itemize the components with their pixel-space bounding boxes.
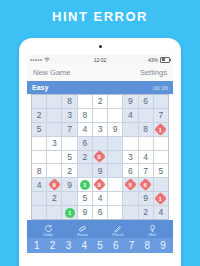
cell-r7c5[interactable]: 8	[93, 178, 107, 191]
hint-button[interactable]: Hint	[148, 224, 157, 238]
cell-r7c7[interactable]: 5	[123, 178, 137, 191]
numpad-2[interactable]: 2	[50, 240, 56, 251]
cell-r6c2[interactable]	[47, 164, 61, 177]
cell-r5c6[interactable]	[108, 151, 122, 164]
cell-r3c9[interactable]: 1	[154, 123, 168, 136]
cell-r6c9[interactable]: 5	[154, 164, 168, 177]
cell-value: 8	[143, 125, 148, 134]
cell-value: 3	[98, 125, 103, 134]
difficulty-label: Easy	[32, 84, 48, 91]
cell-r6c7[interactable]: 6	[123, 164, 137, 177]
cell-r8c6[interactable]	[108, 192, 122, 205]
cell-r5c4[interactable]: 2	[78, 151, 92, 164]
wifi-icon	[44, 57, 50, 62]
cell-r4c6[interactable]	[108, 137, 122, 150]
cell-value: 9	[113, 125, 118, 134]
cell-r5c8[interactable]: 4	[139, 151, 153, 164]
cell-value: 8	[67, 97, 72, 106]
cell-r2c5[interactable]	[93, 109, 107, 122]
cell-r7c4[interactable]: 1	[78, 178, 92, 191]
cell-r1c9[interactable]	[154, 95, 168, 108]
error-badge: 8	[94, 151, 107, 164]
battery-percent: 43%	[148, 57, 158, 63]
cell-value: 4	[128, 111, 133, 120]
toolbar-label: Erase	[77, 233, 87, 237]
cell-r8c8[interactable]: 9	[139, 192, 153, 205]
cell-r2c4[interactable]: 8	[78, 109, 92, 122]
cell-r4c2[interactable]: 3	[47, 137, 61, 150]
cell-r5c1[interactable]	[32, 151, 46, 164]
numpad-1[interactable]: 1	[34, 240, 40, 251]
cell-r8c4[interactable]: 5	[78, 192, 92, 205]
cell-value: 4	[143, 153, 148, 162]
new-game-button[interactable]: New Game	[33, 68, 71, 77]
cell-value: 5	[159, 167, 164, 176]
timer-label: 00:36	[153, 85, 168, 91]
cell-value: 2	[98, 97, 103, 106]
cell-r9c1[interactable]	[32, 206, 46, 219]
cell-r3c2[interactable]	[47, 123, 61, 136]
camera-icon	[99, 45, 102, 48]
cell-r6c4[interactable]	[78, 164, 92, 177]
cell-r3c1[interactable]: 5	[32, 123, 46, 136]
cell-r7c1[interactable]: 4	[32, 178, 46, 191]
error-badge: 6	[139, 178, 152, 191]
cell-value: 6	[82, 139, 87, 148]
toolbar-label: Hint	[149, 233, 156, 237]
cell-r1c5[interactable]: 2	[93, 95, 107, 108]
cell-r9c5[interactable]: 6	[93, 206, 107, 219]
cell-r4c5[interactable]	[93, 137, 107, 150]
cell-value: 8	[82, 111, 87, 120]
hint-badge: 1	[80, 180, 90, 190]
cell-r5c2[interactable]	[47, 151, 61, 164]
cell-value: 7	[159, 111, 164, 120]
error-badge: 5	[124, 178, 137, 191]
numpad-4[interactable]: 4	[81, 240, 87, 251]
cell-r1c1[interactable]	[32, 95, 46, 108]
app-screen: ●●●●● 12:02 43% New Game Settings Easy 0…	[27, 55, 173, 253]
cell-r7c2[interactable]: 8	[47, 178, 61, 191]
hint-badge: 1	[65, 208, 75, 218]
cell-value: 6	[128, 167, 133, 176]
cell-r8c3[interactable]	[62, 192, 76, 205]
cell-r9c9[interactable]: 4	[154, 206, 168, 219]
cell-r8c9[interactable]: 1	[154, 192, 168, 205]
cell-r5c7[interactable]: 3	[123, 151, 137, 164]
cell-value: 5	[67, 153, 72, 162]
cell-value: 2	[67, 167, 72, 176]
numpad-3[interactable]: 3	[66, 240, 72, 251]
cell-r4c9[interactable]	[154, 137, 168, 150]
cell-r9c6[interactable]	[108, 206, 122, 219]
cell-r6c3[interactable]: 2	[62, 164, 76, 177]
cell-r2c6[interactable]	[108, 109, 122, 122]
info-bar: Easy 00:36	[27, 81, 173, 94]
cell-value: 3	[52, 139, 57, 148]
cell-r3c8[interactable]: 8	[139, 123, 153, 136]
cell-r9c7[interactable]	[123, 206, 137, 219]
cell-value: 4	[98, 194, 103, 203]
cell-r4c4[interactable]: 6	[78, 137, 92, 150]
error-badge: 1	[155, 192, 168, 205]
error-badge: 8	[48, 178, 61, 191]
toolbar-label: Pencil	[112, 233, 123, 237]
cell-r7c6[interactable]	[108, 178, 122, 191]
cell-r6c8[interactable]: 7	[139, 164, 153, 177]
cell-r7c9[interactable]	[154, 178, 168, 191]
status-bar: ●●●●● 12:02 43%	[27, 55, 173, 64]
cell-r8c1[interactable]	[32, 192, 46, 205]
numpad-6[interactable]: 6	[113, 240, 119, 251]
cell-r9c4[interactable]: 9	[78, 206, 92, 219]
cell-value: 5	[82, 194, 87, 203]
cell-r2c3[interactable]: 3	[62, 109, 76, 122]
cell-value: 9	[82, 208, 87, 217]
numpad-7[interactable]: 7	[129, 240, 135, 251]
toolbar: UndoErasePencilHint	[27, 220, 173, 238]
cell-value: 9	[98, 167, 103, 176]
cell-r2c2[interactable]	[47, 109, 61, 122]
cell-r8c2[interactable]: 2	[47, 192, 61, 205]
cell-value: 3	[128, 153, 133, 162]
cell-value: 2	[52, 194, 57, 203]
cell-value: 3	[67, 111, 72, 120]
signal-icon: ●●●●●	[30, 58, 43, 62]
cell-r5c9[interactable]	[154, 151, 168, 164]
page-title: HINT ERROR	[0, 9, 200, 24]
cell-r4c1[interactable]	[32, 137, 46, 150]
cell-r2c9[interactable]: 7	[154, 109, 168, 122]
cell-value: 2	[143, 208, 148, 217]
numpad-5[interactable]: 5	[97, 240, 103, 251]
cell-r1c6[interactable]	[108, 95, 122, 108]
numpad-9[interactable]: 9	[160, 240, 166, 251]
cell-r8c7[interactable]	[123, 192, 137, 205]
settings-button[interactable]: Settings	[140, 68, 167, 77]
cell-value: 6	[143, 97, 148, 106]
cell-r3c4[interactable]: 4	[78, 123, 92, 136]
cell-r6c5[interactable]: 9	[93, 164, 107, 177]
cell-value: 4	[82, 125, 87, 134]
cell-r3c6[interactable]: 9	[108, 123, 122, 136]
sudoku-grid: 8296238475743981365283482967548918562549…	[31, 94, 169, 220]
number-pad: 123456789	[27, 238, 173, 253]
cell-r7c3[interactable]: 9	[62, 178, 76, 191]
cell-r9c2[interactable]	[47, 206, 61, 219]
cell-r6c1[interactable]: 8	[32, 164, 46, 177]
cell-value: 4	[37, 181, 42, 190]
cell-value: 7	[67, 125, 72, 134]
cell-r7c8[interactable]: 6	[139, 178, 153, 191]
cell-value: 8	[37, 167, 42, 176]
cell-value: 2	[82, 153, 87, 162]
cell-value: 7	[143, 167, 148, 176]
cell-value: 6	[98, 208, 103, 217]
board-area: 8296238475743981365283482967548918562549…	[27, 94, 173, 220]
cell-r5c5[interactable]: 8	[93, 151, 107, 164]
cell-value: 2	[37, 111, 42, 120]
nav-bar: New Game Settings	[27, 64, 173, 81]
cell-r2c1[interactable]: 2	[32, 109, 46, 122]
cell-r6c6[interactable]	[108, 164, 122, 177]
cell-r1c7[interactable]: 9	[123, 95, 137, 108]
pencil-button[interactable]: Pencil	[112, 224, 123, 238]
cell-value: 5	[37, 125, 42, 134]
cell-r9c3[interactable]: 1	[62, 206, 76, 219]
cell-r2c7[interactable]: 4	[123, 109, 137, 122]
numpad-8[interactable]: 8	[144, 240, 150, 251]
cell-value: 9	[67, 181, 72, 190]
cell-r1c3[interactable]: 8	[62, 95, 76, 108]
cell-value: 9	[128, 97, 133, 106]
tablet-frame: ●●●●● 12:02 43% New Game Settings Easy 0…	[19, 38, 181, 266]
error-badge: 8	[94, 178, 107, 191]
cell-r5c3[interactable]: 5	[62, 151, 76, 164]
cell-r1c2[interactable]	[47, 95, 61, 108]
erase-button[interactable]: Erase	[77, 224, 87, 238]
cell-r1c8[interactable]: 6	[139, 95, 153, 108]
cell-r4c7[interactable]	[123, 137, 137, 150]
cell-r9c8[interactable]: 2	[139, 206, 153, 219]
battery-icon	[160, 57, 170, 63]
cell-r4c3[interactable]	[62, 137, 76, 150]
undo-button[interactable]: Undo	[43, 224, 53, 238]
toolbar-label: Undo	[43, 233, 53, 237]
cell-r8c5[interactable]: 4	[93, 192, 107, 205]
cell-value: 4	[159, 208, 164, 217]
cell-r4c8[interactable]	[139, 137, 153, 150]
cell-r1c4[interactable]	[78, 95, 92, 108]
cell-r3c5[interactable]: 3	[93, 123, 107, 136]
error-badge: 1	[155, 123, 168, 136]
cell-r3c3[interactable]: 7	[62, 123, 76, 136]
cell-value: 9	[143, 194, 148, 203]
cell-r2c8[interactable]	[139, 109, 153, 122]
cell-r3c7[interactable]	[123, 123, 137, 136]
